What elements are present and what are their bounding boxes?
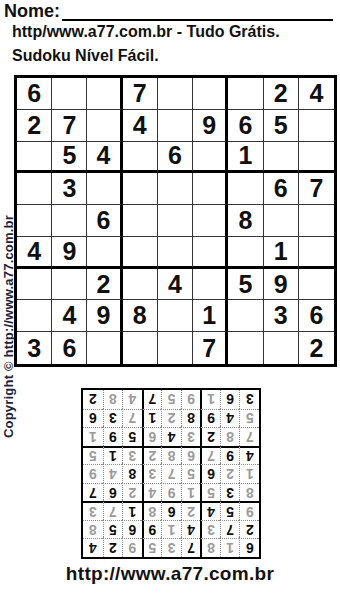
puzzle-cell-r8c8: 3 bbox=[264, 300, 299, 332]
puzzle-cell-r2c2: 7 bbox=[52, 110, 87, 142]
solution-cell-r2c3: 3 bbox=[200, 520, 220, 539]
solution-cell-r8c7: 7 bbox=[122, 409, 142, 428]
puzzle-cell-r1c7 bbox=[228, 78, 263, 110]
puzzle-cell-r6c3 bbox=[87, 237, 122, 269]
solution-cell-r8c5: 2 bbox=[161, 409, 181, 428]
puzzle-cell-r5c3: 6 bbox=[87, 205, 122, 237]
sudoku-solution-grid-rotated: 6187359242734196589542681738351942671265… bbox=[81, 388, 261, 559]
solution-cell-r6c1: 4 bbox=[239, 446, 259, 465]
puzzle-cell-r2c7: 6 bbox=[228, 110, 263, 142]
solution-cell-r1c5: 3 bbox=[161, 538, 181, 557]
puzzle-cell-r2c3 bbox=[87, 110, 122, 142]
puzzle-level-title: Sudoku Nível Fácil. bbox=[12, 47, 159, 65]
puzzle-cell-r7c3: 2 bbox=[87, 269, 122, 301]
solution-cell-r9c1: 3 bbox=[239, 390, 259, 409]
puzzle-cell-r1c3 bbox=[87, 78, 122, 110]
solution-cell-r2c5: 1 bbox=[161, 520, 181, 539]
name-row: Nome: bbox=[4, 1, 333, 21]
solution-cell-r8c3: 9 bbox=[200, 409, 220, 428]
solution-cell-r9c9: 2 bbox=[83, 390, 103, 409]
puzzle-cell-r6c5 bbox=[158, 237, 193, 269]
solution-cell-r9c5: 5 bbox=[161, 390, 181, 409]
solution-cell-r3c1: 9 bbox=[239, 501, 259, 520]
puzzle-cell-r4c2: 3 bbox=[52, 173, 87, 205]
solution-cell-r8c2: 4 bbox=[220, 409, 240, 428]
solution-cell-r7c1: 7 bbox=[239, 427, 259, 446]
puzzle-cell-r9c3 bbox=[87, 332, 122, 364]
puzzle-cell-r5c1 bbox=[17, 205, 52, 237]
puzzle-cell-r7c4 bbox=[123, 269, 158, 301]
puzzle-cell-r1c9: 4 bbox=[299, 78, 334, 110]
solution-cell-r7c2: 8 bbox=[220, 427, 240, 446]
puzzle-cell-r1c5 bbox=[158, 78, 193, 110]
solution-cell-r3c4: 2 bbox=[181, 501, 201, 520]
solution-cell-r6c4: 6 bbox=[181, 446, 201, 465]
puzzle-cell-r8c5 bbox=[158, 300, 193, 332]
puzzle-cell-r8c4: 8 bbox=[123, 300, 158, 332]
puzzle-cell-r6c7 bbox=[228, 237, 263, 269]
site-headline: http/www.a77.com.br - Tudo Grátis. bbox=[12, 23, 280, 41]
puzzle-cell-r3c5: 6 bbox=[158, 142, 193, 174]
puzzle-cell-r9c2: 6 bbox=[52, 332, 87, 364]
solution-cell-r2c6: 9 bbox=[142, 520, 162, 539]
puzzle-cell-r8c2: 4 bbox=[52, 300, 87, 332]
puzzle-cell-r3c7: 1 bbox=[228, 142, 263, 174]
solution-cell-r9c7: 4 bbox=[122, 390, 142, 409]
solution-cell-r5c3: 6 bbox=[200, 464, 220, 483]
puzzle-cell-r5c4 bbox=[123, 205, 158, 237]
puzzle-cell-r8c1 bbox=[17, 300, 52, 332]
solution-cell-r4c1: 8 bbox=[239, 483, 259, 502]
solution-cell-r2c1: 2 bbox=[239, 520, 259, 539]
solution-cell-r5c5: 7 bbox=[161, 464, 181, 483]
puzzle-cell-r3c9 bbox=[299, 142, 334, 174]
puzzle-cell-r8c3: 9 bbox=[87, 300, 122, 332]
puzzle-cell-r6c8: 1 bbox=[264, 237, 299, 269]
solution-cell-r7c9: 1 bbox=[83, 427, 103, 446]
puzzle-cell-r4c8: 6 bbox=[264, 173, 299, 205]
solution-cell-r4c4: 1 bbox=[181, 483, 201, 502]
solution-cell-r2c4: 4 bbox=[181, 520, 201, 539]
puzzle-cell-r6c9 bbox=[299, 237, 334, 269]
solution-cell-r4c9: 7 bbox=[83, 483, 103, 502]
solution-cell-r6c5: 8 bbox=[161, 446, 181, 465]
solution-cell-r4c3: 5 bbox=[200, 483, 220, 502]
solution-cell-r6c9: 5 bbox=[83, 446, 103, 465]
solution-cell-r6c3: 7 bbox=[200, 446, 220, 465]
solution-cell-r9c2: 6 bbox=[220, 390, 240, 409]
puzzle-cell-r1c8: 2 bbox=[264, 78, 299, 110]
solution-cell-r8c8: 3 bbox=[103, 409, 123, 428]
solution-cell-r3c7: 1 bbox=[122, 501, 142, 520]
puzzle-cell-r5c6 bbox=[193, 205, 228, 237]
solution-cell-r5c1: 1 bbox=[239, 464, 259, 483]
solution-cell-r2c8: 5 bbox=[103, 520, 123, 539]
solution-cell-r3c9: 3 bbox=[83, 501, 103, 520]
solution-cell-r4c7: 2 bbox=[122, 483, 142, 502]
puzzle-cell-r5c2 bbox=[52, 205, 87, 237]
solution-cell-r5c9: 9 bbox=[83, 464, 103, 483]
solution-cell-r1c4: 7 bbox=[181, 538, 201, 557]
puzzle-cell-r1c4: 7 bbox=[123, 78, 158, 110]
puzzle-cell-r2c5 bbox=[158, 110, 193, 142]
puzzle-cell-r2c6: 9 bbox=[193, 110, 228, 142]
solution-cell-r2c7: 6 bbox=[122, 520, 142, 539]
solution-cell-r4c5: 9 bbox=[161, 483, 181, 502]
puzzle-cell-r4c5 bbox=[158, 173, 193, 205]
solution-cell-r7c5: 4 bbox=[161, 427, 181, 446]
solution-cell-r5c8: 4 bbox=[103, 464, 123, 483]
solution-cell-r1c6: 5 bbox=[142, 538, 162, 557]
puzzle-cell-r2c9 bbox=[299, 110, 334, 142]
puzzle-cell-r9c6: 7 bbox=[193, 332, 228, 364]
solution-cell-r1c8: 2 bbox=[103, 538, 123, 557]
sudoku-puzzle-grid: 672427496554613676849124594981363672 bbox=[14, 75, 337, 367]
solution-cell-r7c6: 6 bbox=[142, 427, 162, 446]
puzzle-cell-r6c6 bbox=[193, 237, 228, 269]
solution-cell-r2c2: 7 bbox=[220, 520, 240, 539]
solution-cell-r9c6: 7 bbox=[142, 390, 162, 409]
solution-cell-r1c7: 9 bbox=[122, 538, 142, 557]
solution-cell-r6c6: 2 bbox=[142, 446, 162, 465]
puzzle-cell-r9c1: 3 bbox=[17, 332, 52, 364]
solution-cell-r9c3: 1 bbox=[200, 390, 220, 409]
puzzle-cell-r5c7: 8 bbox=[228, 205, 263, 237]
puzzle-cell-r6c4 bbox=[123, 237, 158, 269]
puzzle-cell-r2c4: 4 bbox=[123, 110, 158, 142]
puzzle-cell-r4c4 bbox=[123, 173, 158, 205]
solution-cell-r6c8: 1 bbox=[103, 446, 123, 465]
solution-cell-r2c9: 8 bbox=[83, 520, 103, 539]
solution-cell-r4c6: 4 bbox=[142, 483, 162, 502]
puzzle-cell-r6c2: 9 bbox=[52, 237, 87, 269]
solution-cell-r1c1: 6 bbox=[239, 538, 259, 557]
sudoku-printout-page: Nome: http/www.a77.com.br - Tudo Grátis.… bbox=[0, 0, 340, 596]
solution-cell-r5c2: 2 bbox=[220, 464, 240, 483]
solution-cell-r8c4: 8 bbox=[181, 409, 201, 428]
puzzle-cell-r8c6: 1 bbox=[193, 300, 228, 332]
solution-cell-r8c6: 1 bbox=[142, 409, 162, 428]
solution-cell-r3c8: 7 bbox=[103, 501, 123, 520]
puzzle-cell-r3c3: 4 bbox=[87, 142, 122, 174]
puzzle-cell-r2c8: 5 bbox=[264, 110, 299, 142]
solution-cell-r6c7: 3 bbox=[122, 446, 142, 465]
solution-cell-r3c2: 5 bbox=[220, 501, 240, 520]
puzzle-cell-r9c9: 2 bbox=[299, 332, 334, 364]
solution-cell-r3c5: 6 bbox=[161, 501, 181, 520]
solution-cell-r4c2: 3 bbox=[220, 483, 240, 502]
puzzle-cell-r5c9 bbox=[299, 205, 334, 237]
puzzle-cell-r7c5: 4 bbox=[158, 269, 193, 301]
puzzle-cell-r1c2 bbox=[52, 78, 87, 110]
solution-cell-r1c3: 8 bbox=[200, 538, 220, 557]
puzzle-cell-r5c8 bbox=[264, 205, 299, 237]
solution-cell-r9c4: 9 bbox=[181, 390, 201, 409]
puzzle-cell-r3c6 bbox=[193, 142, 228, 174]
puzzle-cell-r7c8: 9 bbox=[264, 269, 299, 301]
puzzle-cell-r4c3 bbox=[87, 173, 122, 205]
puzzle-cell-r3c1 bbox=[17, 142, 52, 174]
name-blank-line bbox=[62, 2, 333, 21]
name-label: Nome: bbox=[4, 1, 60, 21]
puzzle-cell-r4c7 bbox=[228, 173, 263, 205]
puzzle-cell-r5c5 bbox=[158, 205, 193, 237]
puzzle-cell-r7c9 bbox=[299, 269, 334, 301]
solution-cell-r3c6: 8 bbox=[142, 501, 162, 520]
solution-cell-r4c8: 6 bbox=[103, 483, 123, 502]
puzzle-cell-r4c1 bbox=[17, 173, 52, 205]
puzzle-cell-r9c4 bbox=[123, 332, 158, 364]
footer-url: http://www.a77.com.br bbox=[0, 563, 340, 585]
solution-cell-r9c8: 8 bbox=[103, 390, 123, 409]
solution-cell-r7c7: 5 bbox=[122, 427, 142, 446]
solution-cell-r8c9: 6 bbox=[83, 409, 103, 428]
puzzle-cell-r8c9: 6 bbox=[299, 300, 334, 332]
solution-cell-r7c3: 2 bbox=[200, 427, 220, 446]
solution-cell-r7c8: 9 bbox=[103, 427, 123, 446]
solution-cell-r1c2: 1 bbox=[220, 538, 240, 557]
puzzle-cell-r1c1: 6 bbox=[17, 78, 52, 110]
solution-cell-r3c3: 4 bbox=[200, 501, 220, 520]
puzzle-cell-r1c6 bbox=[193, 78, 228, 110]
puzzle-cell-r9c7 bbox=[228, 332, 263, 364]
puzzle-cell-r4c9: 7 bbox=[299, 173, 334, 205]
puzzle-cell-r3c2: 5 bbox=[52, 142, 87, 174]
puzzle-cell-r3c8 bbox=[264, 142, 299, 174]
solution-cell-r6c2: 9 bbox=[220, 446, 240, 465]
puzzle-cell-r9c8 bbox=[264, 332, 299, 364]
puzzle-cell-r7c2 bbox=[52, 269, 87, 301]
solution-cell-r8c1: 5 bbox=[239, 409, 259, 428]
puzzle-cell-r7c7: 5 bbox=[228, 269, 263, 301]
solution-cell-r5c4: 5 bbox=[181, 464, 201, 483]
puzzle-cell-r4c6 bbox=[193, 173, 228, 205]
solution-cell-r1c9: 4 bbox=[83, 538, 103, 557]
puzzle-cell-r8c7 bbox=[228, 300, 263, 332]
solution-cell-r5c6: 3 bbox=[142, 464, 162, 483]
puzzle-cell-r2c1: 2 bbox=[17, 110, 52, 142]
puzzle-cell-r6c1: 4 bbox=[17, 237, 52, 269]
puzzle-cell-r3c4 bbox=[123, 142, 158, 174]
puzzle-cell-r7c6 bbox=[193, 269, 228, 301]
puzzle-cell-r7c1 bbox=[17, 269, 52, 301]
solution-cell-r5c7: 8 bbox=[122, 464, 142, 483]
puzzle-cell-r9c5 bbox=[158, 332, 193, 364]
solution-cell-r7c4: 3 bbox=[181, 427, 201, 446]
